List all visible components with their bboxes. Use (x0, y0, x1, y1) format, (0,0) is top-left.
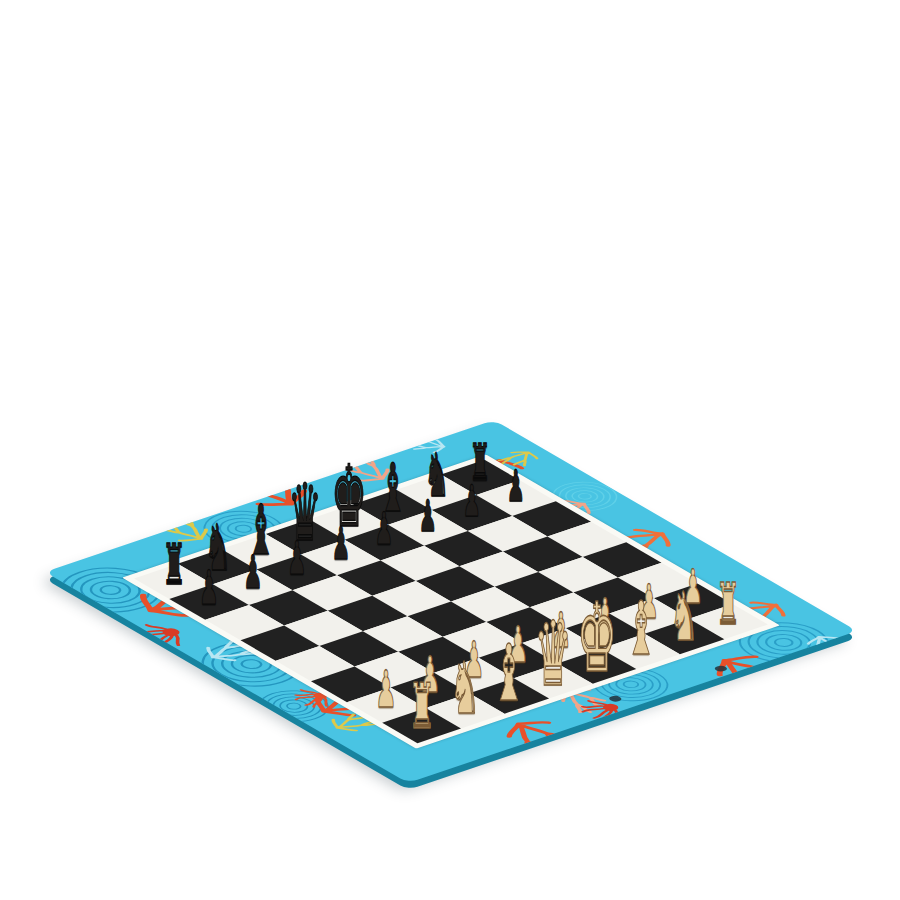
piece-black-pawn[interactable]: ♟ (507, 463, 525, 507)
piece-white-knight[interactable]: ♞ (450, 653, 480, 725)
piece-white-rook[interactable]: ♜ (409, 675, 435, 738)
scene: ♜♞♝♛♚♝♞♜♟♟♟♟♟♟♟♟♟♟♟♟♟♟♟♟♜♞♝♛♚♝♞♜ (0, 0, 900, 900)
piece-white-pawn[interactable]: ♟ (375, 664, 397, 715)
piece-white-king[interactable]: ♚ (577, 590, 617, 686)
piece-black-pawn[interactable]: ♟ (243, 550, 262, 596)
piece-black-pawn[interactable]: ♟ (287, 536, 306, 582)
piece-black-pawn[interactable]: ♟ (419, 493, 437, 537)
piece-black-pawn[interactable]: ♟ (332, 522, 351, 567)
piece-black-rook[interactable]: ♜ (162, 537, 186, 593)
piece-white-bishop[interactable]: ♝ (625, 592, 656, 666)
piece-white-queen[interactable]: ♛ (534, 609, 572, 699)
piece-white-knight[interactable]: ♞ (670, 582, 699, 650)
piece-white-rook[interactable]: ♜ (716, 575, 740, 633)
piece-black-pawn[interactable]: ♟ (199, 565, 219, 612)
piece-black-pawn[interactable]: ♟ (463, 478, 481, 522)
piece-black-pawn[interactable]: ♟ (375, 507, 394, 552)
piece-white-bishop[interactable]: ♝ (493, 634, 526, 712)
